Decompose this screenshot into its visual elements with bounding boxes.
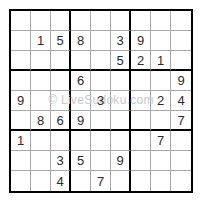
cell-r5c4[interactable] [71,91,91,111]
cell-r4c2[interactable] [31,71,51,91]
cell-r8c4[interactable]: 5 [71,151,91,171]
given-digit: 5 [56,34,63,47]
cell-r4c1[interactable] [11,71,31,91]
cell-r5c1[interactable]: 9 [11,91,31,111]
cell-r3c7[interactable]: 2 [131,51,151,71]
cell-r5c2[interactable] [31,91,51,111]
cell-r4c6[interactable] [111,71,131,91]
cell-r4c5[interactable] [91,71,111,91]
cell-r5c3[interactable] [51,91,71,111]
cell-r3c1[interactable] [11,51,31,71]
given-digit: 2 [157,94,164,107]
cell-r9c4[interactable] [71,171,91,191]
cell-r7c4[interactable] [71,131,91,151]
given-digit: 4 [177,94,184,107]
cell-r2c4[interactable]: 8 [71,31,91,51]
given-digit: 9 [177,74,184,87]
cell-r7c3[interactable] [51,131,71,151]
cell-r8c7[interactable] [131,151,151,171]
cell-r6c5[interactable] [91,111,111,131]
cell-r3c4[interactable] [71,51,91,71]
cell-r7c8[interactable]: 7 [151,131,171,151]
cell-r5c6[interactable] [111,91,131,111]
cell-r7c5[interactable] [91,131,111,151]
cell-r8c6[interactable]: 9 [111,151,131,171]
cell-r9c3[interactable]: 4 [51,171,71,191]
cell-r2c8[interactable] [151,31,171,51]
given-digit: 1 [157,54,164,67]
cell-r3c2[interactable] [31,51,51,71]
cell-r6c1[interactable] [11,111,31,131]
given-digit: 9 [137,34,144,47]
cell-r1c4[interactable] [71,11,91,31]
cell-r1c3[interactable] [51,11,71,31]
given-digit: 4 [56,175,63,188]
given-digit: 7 [97,175,104,188]
cell-r7c9[interactable] [171,131,191,151]
cell-r9c2[interactable] [31,171,51,191]
cell-r2c7[interactable]: 9 [131,31,151,51]
given-digit: 5 [77,154,84,167]
cell-r7c1[interactable]: 1 [11,131,31,151]
cell-r8c3[interactable]: 3 [51,151,71,171]
cell-r1c7[interactable] [131,11,151,31]
cell-r1c6[interactable] [111,11,131,31]
given-digit: 3 [56,154,63,167]
given-digit: 1 [17,134,24,147]
cell-r2c6[interactable]: 3 [111,31,131,51]
sudoku-board: © LiveSudoku.com 15839521699324869717359… [9,9,193,193]
cell-r6c2[interactable]: 8 [31,111,51,131]
cell-r3c9[interactable] [171,51,191,71]
given-digit: 6 [56,114,63,127]
cell-r2c5[interactable] [91,31,111,51]
cell-r5c7[interactable] [131,91,151,111]
cell-r4c4[interactable]: 6 [71,71,91,91]
given-digit: 5 [116,54,123,67]
cell-r9c1[interactable] [11,171,31,191]
cell-r2c9[interactable] [171,31,191,51]
cell-r2c2[interactable]: 1 [31,31,51,51]
cell-r3c3[interactable] [51,51,71,71]
cell-r8c8[interactable] [151,151,171,171]
given-digit: 1 [37,34,44,47]
cell-r7c6[interactable] [111,131,131,151]
cell-r6c9[interactable]: 7 [171,111,191,131]
given-digit: 8 [37,114,44,127]
cell-r6c3[interactable]: 6 [51,111,71,131]
given-digit: 9 [17,94,24,107]
cell-r2c1[interactable] [11,31,31,51]
given-digit: 2 [137,54,144,67]
cell-r1c9[interactable] [171,11,191,31]
given-digit: 7 [157,134,164,147]
given-digit: 9 [77,114,84,127]
cell-r9c8[interactable] [151,171,171,191]
cell-r3c8[interactable]: 1 [151,51,171,71]
cell-r9c5[interactable]: 7 [91,171,111,191]
cell-r6c8[interactable] [151,111,171,131]
cell-r1c8[interactable] [151,11,171,31]
cell-r5c9[interactable]: 4 [171,91,191,111]
cell-r8c2[interactable] [31,151,51,171]
cell-r9c6[interactable] [111,171,131,191]
cell-r7c2[interactable] [31,131,51,151]
cell-r8c5[interactable] [91,151,111,171]
cell-r6c7[interactable] [131,111,151,131]
cell-r4c3[interactable] [51,71,71,91]
cell-r9c7[interactable] [131,171,151,191]
cell-r2c3[interactable]: 5 [51,31,71,51]
cell-r9c9[interactable] [171,171,191,191]
cell-r4c8[interactable] [151,71,171,91]
given-digit: 6 [77,74,84,87]
given-digit: 7 [177,114,184,127]
given-digit: 9 [116,154,123,167]
cell-r5c5[interactable]: 3 [91,91,111,111]
cell-r1c5[interactable] [91,11,111,31]
cell-r5c8[interactable]: 2 [151,91,171,111]
cell-r7c7[interactable] [131,131,151,151]
cell-r8c1[interactable] [11,151,31,171]
cell-r4c9[interactable]: 9 [171,71,191,91]
cell-r3c5[interactable] [91,51,111,71]
given-digit: 8 [77,34,84,47]
cell-r6c6[interactable] [111,111,131,131]
given-digit: 3 [116,34,123,47]
cell-r8c9[interactable] [171,151,191,171]
cell-r1c2[interactable] [31,11,51,31]
cell-r3c6[interactable]: 5 [111,51,131,71]
cell-r1c1[interactable] [11,11,31,31]
cell-r6c4[interactable]: 9 [71,111,91,131]
given-digit: 3 [97,94,104,107]
cell-r4c7[interactable] [131,71,151,91]
